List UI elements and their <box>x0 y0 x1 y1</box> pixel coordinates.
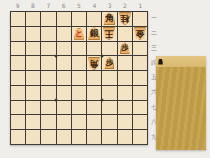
file-label: 7 <box>41 2 56 10</box>
rank-label: 二 <box>150 26 158 41</box>
board-cell-8i[interactable] <box>26 130 40 144</box>
board-cell-1d[interactable] <box>133 56 147 70</box>
board-cell-9b[interactable] <box>11 27 25 41</box>
board-cell-2h[interactable] <box>118 115 132 129</box>
rank-label: 三 <box>150 41 158 56</box>
shogi-board: 角桂と銀王金歩角歩 <box>10 11 148 145</box>
file-label: 2 <box>117 2 132 10</box>
komadai-sente[interactable] <box>156 56 206 150</box>
board-cell-1i[interactable] <box>133 130 147 144</box>
gote-gold-piece[interactable]: 金 <box>134 27 146 40</box>
file-label: 8 <box>25 2 40 10</box>
board-cell-9g[interactable] <box>11 101 25 115</box>
board-cell-6i[interactable] <box>57 130 71 144</box>
board-cell-7i[interactable] <box>41 130 55 144</box>
board-cell-4d[interactable]: 角 <box>87 56 101 70</box>
rank-label: 一 <box>150 11 158 26</box>
board-cell-1a[interactable] <box>133 12 147 26</box>
komadai-header <box>156 56 206 67</box>
board-cell-1g[interactable] <box>133 101 147 115</box>
sente-piece-icon <box>158 59 163 65</box>
gote-bishop-piece[interactable]: 角 <box>88 57 100 70</box>
board-cell-3a[interactable]: 角 <box>102 12 116 26</box>
sente-pawn-piece[interactable]: 歩 <box>120 42 130 54</box>
board-cell-9h[interactable] <box>11 115 25 129</box>
board-cell-8b[interactable] <box>26 27 40 41</box>
board-cell-4h[interactable] <box>87 115 101 129</box>
board-cell-6b[interactable] <box>57 27 71 41</box>
file-labels: 987654321 <box>10 2 148 10</box>
board-cell-3g[interactable] <box>102 101 116 115</box>
board-cell-6e[interactable] <box>57 71 71 85</box>
board-cell-2c[interactable]: 歩 <box>118 42 132 56</box>
board-grid: 角桂と銀王金歩角歩 <box>11 12 147 144</box>
board-cell-6f[interactable] <box>57 86 71 100</box>
board-cell-7a[interactable] <box>41 12 55 26</box>
board-cell-8e[interactable] <box>26 71 40 85</box>
board-cell-4e[interactable] <box>87 71 101 85</box>
board-cell-9f[interactable] <box>11 86 25 100</box>
board-cell-8c[interactable] <box>26 42 40 56</box>
board-cell-9e[interactable] <box>11 71 25 85</box>
board-cell-2d[interactable] <box>118 56 132 70</box>
file-label: 5 <box>71 2 86 10</box>
board-cell-7c[interactable] <box>41 42 55 56</box>
board-cell-4f[interactable] <box>87 86 101 100</box>
board-cell-3b[interactable]: 王 <box>102 27 116 41</box>
board-cell-8d[interactable] <box>26 56 40 70</box>
board-cell-2g[interactable] <box>118 101 132 115</box>
file-label: 9 <box>10 2 25 10</box>
komadai-tray[interactable] <box>156 67 206 150</box>
board-cell-3i[interactable] <box>102 130 116 144</box>
board-cell-2f[interactable] <box>118 86 132 100</box>
board-cell-5c[interactable] <box>72 42 86 56</box>
board-cell-7h[interactable] <box>41 115 55 129</box>
board-cell-5g[interactable] <box>72 101 86 115</box>
board-cell-2e[interactable] <box>118 71 132 85</box>
sente-bishop-piece[interactable]: 角 <box>103 12 115 25</box>
board-cell-2b[interactable] <box>118 27 132 41</box>
file-label: 6 <box>56 2 71 10</box>
board-cell-2a[interactable]: 桂 <box>118 12 132 26</box>
board-cell-3c[interactable] <box>102 42 116 56</box>
board-cell-6h[interactable] <box>57 115 71 129</box>
board-cell-6a[interactable] <box>57 12 71 26</box>
gote-king-piece[interactable]: 王 <box>103 27 115 40</box>
board-cell-1f[interactable] <box>133 86 147 100</box>
board-cell-8h[interactable] <box>26 115 40 129</box>
board-cell-7f[interactable] <box>41 86 55 100</box>
board-cell-4g[interactable] <box>87 101 101 115</box>
board-cell-4a[interactable] <box>87 12 101 26</box>
board-cell-8g[interactable] <box>26 101 40 115</box>
board-cell-4b[interactable]: 銀 <box>87 27 101 41</box>
board-cell-5d[interactable] <box>72 56 86 70</box>
sente-silver-piece[interactable]: 銀 <box>88 27 100 40</box>
board-cell-1b[interactable]: 金 <box>133 27 147 41</box>
board-cell-1c[interactable] <box>133 42 147 56</box>
board-cell-6g[interactable] <box>57 101 71 115</box>
sente-pawn-piece[interactable]: 歩 <box>104 57 114 69</box>
board-cell-3f[interactable] <box>102 86 116 100</box>
board-cell-7d[interactable] <box>41 56 55 70</box>
board-cell-1h[interactable] <box>133 115 147 129</box>
board-cell-6c[interactable] <box>57 42 71 56</box>
board-cell-5i[interactable] <box>72 130 86 144</box>
board-cell-5h[interactable] <box>72 115 86 129</box>
board-cell-6d[interactable] <box>57 56 71 70</box>
board-cell-3e[interactable] <box>102 71 116 85</box>
board-cell-5e[interactable] <box>72 71 86 85</box>
board-cell-8a[interactable] <box>26 12 40 26</box>
board-cell-9c[interactable] <box>11 42 25 56</box>
board-cell-4i[interactable] <box>87 130 101 144</box>
board-cell-9d[interactable] <box>11 56 25 70</box>
board-cell-5a[interactable] <box>72 12 86 26</box>
board-cell-1e[interactable] <box>133 71 147 85</box>
file-label: 1 <box>133 2 148 10</box>
board-cell-4c[interactable] <box>87 42 101 56</box>
board-cell-7e[interactable] <box>41 71 55 85</box>
sente-promoted-pawn-piece[interactable]: と <box>74 28 84 40</box>
board-cell-9i[interactable] <box>11 130 25 144</box>
board-cell-3d[interactable]: 歩 <box>102 56 116 70</box>
file-label: 3 <box>102 2 117 10</box>
board-cell-8f[interactable] <box>26 86 40 100</box>
board-cell-9a[interactable] <box>11 12 25 26</box>
board-cell-2i[interactable] <box>118 130 132 144</box>
board-cell-7b[interactable] <box>41 27 55 41</box>
gote-knight-piece[interactable]: 桂 <box>119 12 131 25</box>
board-cell-7g[interactable] <box>41 101 55 115</box>
board-cell-3h[interactable] <box>102 115 116 129</box>
board-cell-5b[interactable]: と <box>72 27 86 41</box>
board-cell-5f[interactable] <box>72 86 86 100</box>
file-label: 4 <box>87 2 102 10</box>
